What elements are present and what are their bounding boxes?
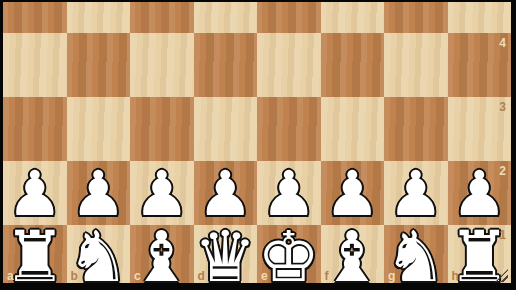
- white-rook-a1[interactable]: ♜: [3, 225, 67, 289]
- square-d5[interactable]: [194, 0, 258, 33]
- square-h4[interactable]: 4: [448, 33, 512, 97]
- square-b3[interactable]: [67, 97, 131, 161]
- chess-board: 43♟♟♟♟♟♟♟♟2♜a♞b♝c♛d♚e♝f♞g♜1h: [3, 0, 511, 289]
- square-e4[interactable]: [257, 33, 321, 97]
- square-g5[interactable]: [384, 0, 448, 33]
- square-h1[interactable]: ♜1h: [448, 225, 512, 289]
- square-e3[interactable]: [257, 97, 321, 161]
- square-b5[interactable]: [67, 0, 131, 33]
- square-a4[interactable]: [3, 33, 67, 97]
- square-b1[interactable]: ♞b: [67, 225, 131, 289]
- square-d3[interactable]: [194, 97, 258, 161]
- square-g1[interactable]: ♞g: [384, 225, 448, 289]
- white-knight-b1[interactable]: ♞: [67, 225, 131, 289]
- square-a3[interactable]: [3, 97, 67, 161]
- square-c4[interactable]: [130, 33, 194, 97]
- square-a5[interactable]: [3, 0, 67, 33]
- square-h3[interactable]: 3: [448, 97, 512, 161]
- rank-label-3: 3: [499, 100, 506, 114]
- square-f3[interactable]: [321, 97, 385, 161]
- square-f1[interactable]: ♝f: [321, 225, 385, 289]
- square-c5[interactable]: [130, 0, 194, 33]
- square-f5[interactable]: [321, 0, 385, 33]
- white-bishop-c1[interactable]: ♝: [130, 225, 194, 289]
- square-a1[interactable]: ♜a: [3, 225, 67, 289]
- white-knight-g1[interactable]: ♞: [384, 225, 448, 289]
- square-f4[interactable]: [321, 33, 385, 97]
- white-king-e1[interactable]: ♚: [257, 225, 321, 289]
- rank-label-4: 4: [499, 36, 506, 50]
- square-c1[interactable]: ♝c: [130, 225, 194, 289]
- square-d1[interactable]: ♛d: [194, 225, 258, 289]
- square-e1[interactable]: ♚e: [257, 225, 321, 289]
- square-e5[interactable]: [257, 0, 321, 33]
- letterbox-right: [511, 0, 516, 290]
- letterbox-top: [0, 0, 516, 2]
- square-g3[interactable]: [384, 97, 448, 161]
- chess-board-view: 43♟♟♟♟♟♟♟♟2♜a♞b♝c♛d♚e♝f♞g♜1h: [0, 0, 516, 290]
- square-c3[interactable]: [130, 97, 194, 161]
- white-queen-d1[interactable]: ♛: [194, 225, 258, 289]
- square-b4[interactable]: [67, 33, 131, 97]
- white-bishop-f1[interactable]: ♝: [321, 225, 385, 289]
- square-g4[interactable]: [384, 33, 448, 97]
- square-h5[interactable]: [448, 0, 512, 33]
- square-d4[interactable]: [194, 33, 258, 97]
- letterbox-bottom: [0, 283, 516, 290]
